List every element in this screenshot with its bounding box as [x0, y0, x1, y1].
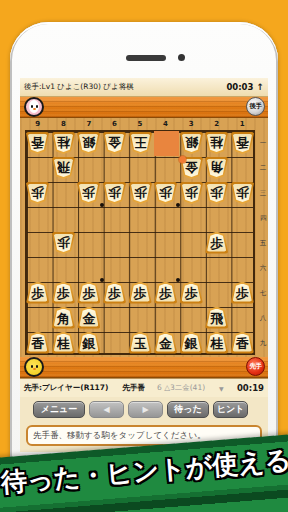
shogi-piece-gote[interactable]: 銀 — [77, 132, 100, 154]
shogi-piece-sente[interactable]: 金 — [77, 307, 100, 329]
rank-label: 一 — [258, 139, 268, 148]
gote-avatar-chick-icon — [24, 97, 44, 117]
file-label: 6 — [102, 118, 128, 130]
shogi-piece-gote[interactable]: 桂 — [52, 132, 75, 154]
shogi-piece-sente[interactable]: 歩 — [129, 282, 152, 304]
last-move-marker-icon — [179, 156, 186, 163]
shogi-piece-sente[interactable]: 角 — [52, 307, 75, 329]
shogi-piece-sente[interactable]: 銀 — [77, 332, 100, 354]
shogi-piece-sente[interactable]: 玉 — [129, 332, 152, 354]
opponent-title: 後手:Lv1 ひよこ(R30) ぴよ将棋 — [24, 82, 134, 92]
turn-indicator: 先手番 — [123, 383, 146, 393]
file-label: 7 — [76, 118, 102, 130]
shogi-piece-sente[interactable]: 歩 — [180, 282, 203, 304]
hint-button[interactable]: ヒント — [213, 401, 248, 418]
shogi-piece-gote[interactable]: 角 — [205, 157, 228, 179]
gote-badge: 後手 — [246, 97, 265, 116]
shogi-piece-sente[interactable]: 歩 — [103, 282, 126, 304]
shogi-piece-gote[interactable]: 歩 — [180, 182, 203, 204]
shogi-piece-gote[interactable]: 歩 — [77, 182, 100, 204]
shogi-piece-gote[interactable]: 王 — [129, 132, 152, 154]
phone-speaker — [126, 55, 166, 61]
file-label: 3 — [178, 118, 204, 130]
shogi-piece-gote[interactable]: 歩 — [205, 182, 228, 204]
rank-label: 三 — [258, 189, 268, 198]
phone-camera — [178, 54, 185, 61]
rank-label: 八 — [258, 314, 268, 323]
last-move-from-square — [154, 131, 180, 156]
player-clock: 00:19 — [237, 383, 264, 393]
shogi-piece-gote[interactable]: 歩 — [103, 182, 126, 204]
shogi-piece-gote[interactable]: 歩 — [231, 182, 254, 204]
file-label: 1 — [229, 118, 255, 130]
move-list-dropdown-icon[interactable]: ▼ — [219, 385, 224, 392]
shogi-piece-sente[interactable]: 桂 — [205, 332, 228, 354]
shogi-piece-gote[interactable]: 金 — [103, 132, 126, 154]
player-name: 先手:プレイヤー(R117) — [24, 383, 109, 393]
shogi-piece-sente[interactable]: 歩 — [231, 282, 254, 304]
game-status-line: 先手:プレイヤー(R117) 先手番 6 △3二金(41) ▼ 00:19 — [20, 378, 268, 397]
shogi-piece-gote[interactable]: 銀 — [180, 132, 203, 154]
shogi-piece-gote[interactable]: 香 — [231, 132, 254, 154]
step-forward-button[interactable]: ▶ — [128, 401, 163, 418]
sente-avatar-chick-icon — [24, 357, 44, 377]
last-move-text: 6 △3二金(41) — [157, 383, 205, 393]
sente-player-bar: 先手 — [20, 357, 268, 378]
rank-label: 四 — [258, 214, 268, 223]
app-screen: 後手:Lv1 ひよこ(R30) ぴよ将棋 00:03 ↑ 後手 98765432… — [20, 78, 268, 452]
rank-label: 五 — [258, 239, 268, 248]
shogi-piece-sente[interactable]: 歩 — [205, 232, 228, 254]
shogi-piece-sente[interactable]: 歩 — [154, 282, 177, 304]
shogi-piece-gote[interactable]: 香 — [26, 132, 49, 154]
rank-label: 二 — [258, 164, 268, 173]
opponent-clock: 00:03 — [226, 82, 253, 92]
rank-label: 七 — [258, 289, 268, 298]
shogi-piece-sente[interactable]: 歩 — [52, 282, 75, 304]
shogi-piece-sente[interactable]: 飛 — [205, 307, 228, 329]
shogi-piece-gote[interactable]: 歩 — [154, 182, 177, 204]
top-status-bar: 後手:Lv1 ひよこ(R30) ぴよ将棋 00:03 ↑ — [20, 78, 268, 97]
shogi-piece-sente[interactable]: 歩 — [77, 282, 100, 304]
file-label: 8 — [51, 118, 77, 130]
file-label: 4 — [153, 118, 179, 130]
shogi-piece-sente[interactable]: 香 — [26, 332, 49, 354]
shogi-piece-gote[interactable]: 桂 — [205, 132, 228, 154]
file-label: 5 — [127, 118, 153, 130]
shogi-piece-gote[interactable]: 歩 — [52, 232, 75, 254]
shogi-piece-sente[interactable]: 金 — [154, 332, 177, 354]
file-label: 2 — [204, 118, 230, 130]
rank-label: 九 — [258, 339, 268, 348]
shogi-piece-sente[interactable]: 銀 — [180, 332, 203, 354]
file-label: 9 — [25, 118, 51, 130]
gote-player-bar: 後手 — [20, 97, 268, 118]
sente-badge: 先手 — [246, 357, 265, 376]
menu-button[interactable]: メニュー — [33, 401, 85, 418]
undo-button[interactable]: 待った — [167, 401, 209, 418]
shogi-piece-sente[interactable]: 香 — [231, 332, 254, 354]
collapse-arrow-icon[interactable]: ↑ — [256, 82, 264, 92]
shogi-piece-sente[interactable]: 歩 — [26, 282, 49, 304]
shogi-piece-gote[interactable]: 歩 — [129, 182, 152, 204]
step-back-button[interactable]: ◀ — [89, 401, 124, 418]
shogi-piece-gote[interactable]: 歩 — [26, 182, 49, 204]
toolbar: メニュー ◀ ▶ 待った ヒント — [20, 397, 268, 422]
shogi-piece-gote[interactable]: 飛 — [52, 157, 75, 179]
rank-label: 六 — [258, 264, 268, 273]
shogi-board[interactable]: 987654321 一二三四五六七八九 香桂銀金王銀桂香飛金角歩歩歩歩歩歩歩歩歩… — [20, 118, 268, 357]
shogi-piece-sente[interactable]: 桂 — [52, 332, 75, 354]
